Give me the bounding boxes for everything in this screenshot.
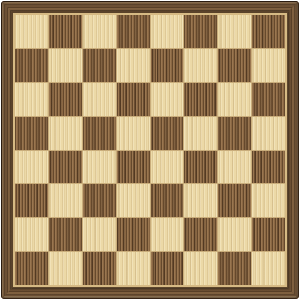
square-c5[interactable]	[83, 117, 116, 150]
square-f7[interactable]	[184, 49, 217, 82]
square-d3[interactable]	[117, 184, 150, 217]
square-d4[interactable]	[117, 151, 150, 184]
square-d8[interactable]	[117, 15, 150, 48]
square-e5[interactable]	[151, 117, 184, 150]
square-c2[interactable]	[83, 218, 116, 251]
square-e1[interactable]	[151, 252, 184, 285]
square-h3[interactable]	[252, 184, 285, 217]
square-b2[interactable]	[49, 218, 82, 251]
square-g3[interactable]	[218, 184, 251, 217]
square-d6[interactable]	[117, 83, 150, 116]
square-g6[interactable]	[218, 83, 251, 116]
square-c6[interactable]	[83, 83, 116, 116]
square-b3[interactable]	[49, 184, 82, 217]
square-e3[interactable]	[151, 184, 184, 217]
square-h6[interactable]	[252, 83, 285, 116]
chess-board	[1, 1, 299, 299]
square-b1[interactable]	[49, 252, 82, 285]
square-e4[interactable]	[151, 151, 184, 184]
square-b5[interactable]	[49, 117, 82, 150]
square-f5[interactable]	[184, 117, 217, 150]
square-f1[interactable]	[184, 252, 217, 285]
square-c7[interactable]	[83, 49, 116, 82]
board-frame-bottom	[1, 285, 299, 299]
square-g8[interactable]	[218, 15, 251, 48]
square-h5[interactable]	[252, 117, 285, 150]
square-b6[interactable]	[49, 83, 82, 116]
square-f4[interactable]	[184, 151, 217, 184]
square-g4[interactable]	[218, 151, 251, 184]
square-h8[interactable]	[252, 15, 285, 48]
square-a3[interactable]	[15, 184, 48, 217]
photo-background	[0, 0, 300, 300]
square-d7[interactable]	[117, 49, 150, 82]
square-a4[interactable]	[15, 151, 48, 184]
square-c4[interactable]	[83, 151, 116, 184]
square-a1[interactable]	[15, 252, 48, 285]
square-g1[interactable]	[218, 252, 251, 285]
square-f8[interactable]	[184, 15, 217, 48]
square-e8[interactable]	[151, 15, 184, 48]
square-b4[interactable]	[49, 151, 82, 184]
square-a5[interactable]	[15, 117, 48, 150]
square-c3[interactable]	[83, 184, 116, 217]
square-c8[interactable]	[83, 15, 116, 48]
square-a2[interactable]	[15, 218, 48, 251]
square-f6[interactable]	[184, 83, 217, 116]
square-d1[interactable]	[117, 252, 150, 285]
square-h2[interactable]	[252, 218, 285, 251]
board-frame-top	[1, 1, 299, 15]
square-a8[interactable]	[15, 15, 48, 48]
square-d2[interactable]	[117, 218, 150, 251]
square-b8[interactable]	[49, 15, 82, 48]
square-f3[interactable]	[184, 184, 217, 217]
board-frame-left	[1, 1, 15, 299]
square-h4[interactable]	[252, 151, 285, 184]
square-e7[interactable]	[151, 49, 184, 82]
square-e2[interactable]	[151, 218, 184, 251]
square-h7[interactable]	[252, 49, 285, 82]
square-a7[interactable]	[15, 49, 48, 82]
square-d5[interactable]	[117, 117, 150, 150]
square-e6[interactable]	[151, 83, 184, 116]
square-g5[interactable]	[218, 117, 251, 150]
square-g2[interactable]	[218, 218, 251, 251]
square-a6[interactable]	[15, 83, 48, 116]
board-frame-right	[285, 1, 299, 299]
square-b7[interactable]	[49, 49, 82, 82]
square-f2[interactable]	[184, 218, 217, 251]
board-squares-grid	[15, 15, 285, 285]
square-c1[interactable]	[83, 252, 116, 285]
square-g7[interactable]	[218, 49, 251, 82]
square-h1[interactable]	[252, 252, 285, 285]
